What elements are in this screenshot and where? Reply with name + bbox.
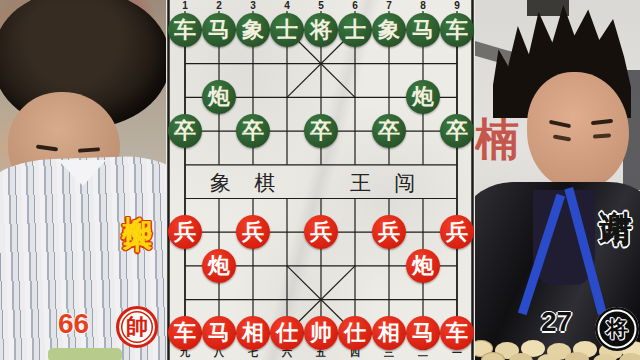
xiangqi-piece-red[interactable]: 炮 xyxy=(406,249,440,283)
xiangqi-piece-red[interactable]: 仕 xyxy=(338,316,372,350)
right-player-number: 27 xyxy=(541,306,572,338)
pieces-layer: 车马象士将士象马车炮炮卒卒卒卒卒兵兵兵兵兵炮炮车马相仕帅仕相马车 xyxy=(166,0,475,360)
xiangqi-piece-red[interactable]: 相 xyxy=(236,316,270,350)
xiangqi-piece-black[interactable]: 炮 xyxy=(406,80,440,114)
right-player-name: 谢靖 xyxy=(599,184,632,190)
xiangqi-piece-red[interactable]: 帅 xyxy=(304,316,338,350)
xiangqi-piece-black[interactable]: 炮 xyxy=(202,80,236,114)
table-item xyxy=(48,348,122,360)
xiangqi-piece-red[interactable]: 炮 xyxy=(202,249,236,283)
xiangqi-piece-black[interactable]: 卒 xyxy=(168,114,202,148)
xiangqi-piece-black[interactable]: 卒 xyxy=(304,114,338,148)
xiangqi-piece-black[interactable]: 士 xyxy=(270,13,304,47)
left-player-name: 柳大华 xyxy=(122,192,152,201)
xiangqi-piece-black[interactable]: 马 xyxy=(406,13,440,47)
xiangqi-piece-red[interactable]: 兵 xyxy=(236,215,270,249)
xiangqi-piece-red[interactable]: 兵 xyxy=(168,215,202,249)
xiangqi-piece-red[interactable]: 仕 xyxy=(270,316,304,350)
red-general-badge-icon: 帥 xyxy=(116,306,158,348)
xiangqi-piece-red[interactable]: 马 xyxy=(406,316,440,350)
xiangqi-piece-black[interactable]: 士 xyxy=(338,13,372,47)
right-player-face xyxy=(527,72,629,190)
black-general-badge-icon: 将 xyxy=(595,307,639,351)
xiangqi-piece-black[interactable]: 卒 xyxy=(440,114,474,148)
xiangqi-piece-red[interactable]: 车 xyxy=(440,316,474,350)
xiangqi-piece-red[interactable]: 兵 xyxy=(304,215,338,249)
xiangqi-piece-black[interactable]: 马 xyxy=(202,13,236,47)
xiangqi-piece-black[interactable]: 卒 xyxy=(236,114,270,148)
xiangqi-piece-black[interactable]: 车 xyxy=(168,13,202,47)
left-player-number: 66 xyxy=(58,308,89,340)
xiangqi-piece-red[interactable]: 兵 xyxy=(372,215,406,249)
xiangqi-piece-red[interactable]: 马 xyxy=(202,316,236,350)
left-player-photo: 柳大华 66 帥 xyxy=(0,0,166,360)
background-sign-text: 楠 xyxy=(475,110,519,169)
xiangqi-piece-red[interactable]: 兵 xyxy=(440,215,474,249)
xiangqi-piece-black[interactable]: 将 xyxy=(304,13,338,47)
xiangqi-board: 象 棋 王 闯 123456789 九八七六五四三二一 车马象士将士象马车炮炮卒… xyxy=(166,0,475,360)
xiangqi-piece-black[interactable]: 象 xyxy=(372,13,406,47)
xiangqi-piece-black[interactable]: 车 xyxy=(440,13,474,47)
xiangqi-piece-black[interactable]: 象 xyxy=(236,13,270,47)
xiangqi-piece-red[interactable]: 车 xyxy=(168,316,202,350)
xiangqi-piece-black[interactable]: 卒 xyxy=(372,114,406,148)
right-player-photo: 楠 谢靖 27 将 xyxy=(475,0,640,360)
video-frame: 柳大华 66 帥 象 棋 王 闯 123456789 九八七六五四三二一 车马象… xyxy=(0,0,640,360)
xiangqi-piece-red[interactable]: 相 xyxy=(372,316,406,350)
